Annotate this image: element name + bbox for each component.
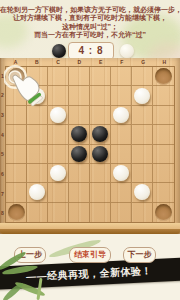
rules-line-4: 而当一方在有子可吃时，不允许“过” — [0, 31, 180, 39]
cell-B6[interactable] — [27, 164, 48, 183]
col-label-F: F — [111, 58, 132, 66]
cell-C4[interactable] — [48, 125, 69, 144]
next-step-button[interactable]: 下一步 — [123, 247, 156, 263]
cell-G2[interactable] — [132, 86, 153, 105]
corner-hole — [155, 204, 172, 221]
cell-H2[interactable] — [153, 86, 174, 105]
cell-C5[interactable] — [48, 145, 69, 164]
cell-H5[interactable] — [153, 145, 174, 164]
white-disc — [50, 107, 66, 123]
cell-C7[interactable] — [48, 183, 69, 202]
white-disc — [113, 107, 129, 123]
cell-G7[interactable] — [132, 183, 153, 202]
cell-D8[interactable] — [69, 203, 90, 222]
cell-F6[interactable] — [111, 164, 132, 183]
rules-line-2: 让对方继续下棋，直到有子可吃时方能继续下棋， — [0, 14, 180, 22]
cell-F8[interactable] — [111, 203, 132, 222]
tutorial-screen: 在轮到另一方下棋时，如果该方无子可吃，就必须停一步， 让对方继续下棋，直到有子可… — [0, 0, 180, 300]
cell-C3[interactable] — [48, 106, 69, 125]
cell-H8[interactable] — [153, 203, 174, 222]
white-disc — [29, 184, 45, 200]
cell-H1[interactable] — [153, 67, 174, 86]
cell-A4[interactable] — [6, 125, 27, 144]
cell-E6[interactable] — [90, 164, 111, 183]
cell-E4[interactable] — [90, 125, 111, 144]
cell-D3[interactable] — [69, 106, 90, 125]
cell-D4[interactable] — [69, 125, 90, 144]
cell-C2[interactable] — [48, 86, 69, 105]
cell-B5[interactable] — [27, 145, 48, 164]
cell-E7[interactable] — [90, 183, 111, 202]
tutorial-hand-icon — [4, 63, 46, 109]
cell-D7[interactable] — [69, 183, 90, 202]
cell-B4[interactable] — [27, 125, 48, 144]
corner-hole — [8, 204, 25, 221]
corner-hole — [155, 68, 172, 85]
cell-C8[interactable] — [48, 203, 69, 222]
cell-G6[interactable] — [132, 164, 153, 183]
cell-G4[interactable] — [132, 125, 153, 144]
rules-text: 在轮到另一方下棋时，如果该方无子可吃，就必须停一步， 让对方继续下棋，直到有子可… — [0, 6, 180, 39]
black-disc — [71, 126, 87, 142]
white-disc — [134, 88, 150, 104]
black-disc — [71, 146, 87, 162]
bottom-section: 上一步 结束引导 下一步 ——经典再现，全新体验！ — [0, 234, 180, 300]
cell-D1[interactable] — [69, 67, 90, 86]
cell-F4[interactable] — [111, 125, 132, 144]
cell-G1[interactable] — [132, 67, 153, 86]
cell-A5[interactable] — [6, 145, 27, 164]
cell-D5[interactable] — [69, 145, 90, 164]
cell-E1[interactable] — [90, 67, 111, 86]
col-label-E: E — [90, 58, 111, 66]
col-label-H: H — [154, 58, 175, 66]
cell-F3[interactable] — [111, 106, 132, 125]
cell-H7[interactable] — [153, 183, 174, 202]
cell-C1[interactable] — [48, 67, 69, 86]
cell-H6[interactable] — [153, 164, 174, 183]
black-disc — [92, 126, 108, 142]
cell-D6[interactable] — [69, 164, 90, 183]
white-stone-icon — [120, 44, 134, 58]
cell-C6[interactable] — [48, 164, 69, 183]
col-label-G: G — [133, 58, 154, 66]
rules-line-3: 这种情况叫“过”； — [0, 23, 180, 31]
cell-G8[interactable] — [132, 203, 153, 222]
cell-B7[interactable] — [27, 183, 48, 202]
cell-A7[interactable] — [6, 183, 27, 202]
black-stone-icon — [52, 44, 66, 58]
end-guide-button[interactable]: 结束引导 — [69, 247, 111, 263]
cell-E5[interactable] — [90, 145, 111, 164]
cell-H4[interactable] — [153, 125, 174, 144]
board-bottom-edge — [0, 223, 180, 234]
cell-H3[interactable] — [153, 106, 174, 125]
cell-F2[interactable] — [111, 86, 132, 105]
cell-B8[interactable] — [27, 203, 48, 222]
cell-G3[interactable] — [132, 106, 153, 125]
cell-A6[interactable] — [6, 164, 27, 183]
cell-F7[interactable] — [111, 183, 132, 202]
black-disc — [92, 146, 108, 162]
cell-G5[interactable] — [132, 145, 153, 164]
cell-F5[interactable] — [111, 145, 132, 164]
col-label-C: C — [48, 58, 69, 66]
white-disc — [134, 184, 150, 200]
cell-F1[interactable] — [111, 67, 132, 86]
col-label-D: D — [69, 58, 90, 66]
cell-A8[interactable] — [6, 203, 27, 222]
cell-E3[interactable] — [90, 106, 111, 125]
cell-D2[interactable] — [69, 86, 90, 105]
cell-E2[interactable] — [90, 86, 111, 105]
white-disc — [50, 165, 66, 181]
cell-E8[interactable] — [90, 203, 111, 222]
white-disc — [113, 165, 129, 181]
